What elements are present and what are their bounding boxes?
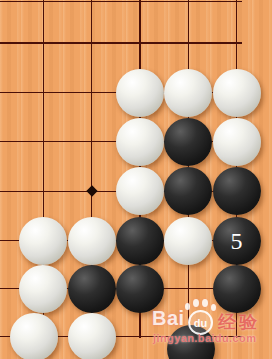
go-tutorial-screenshot: 5 Bai du 经验 jingyan.baidu.com — [0, 0, 272, 359]
white-stone[interactable] — [116, 118, 164, 166]
black-stone[interactable] — [213, 265, 261, 313]
white-stone[interactable] — [116, 167, 164, 215]
black-stone[interactable] — [213, 167, 261, 215]
black-stone[interactable]: 5 — [213, 217, 261, 265]
star-point — [86, 186, 97, 197]
black-stone[interactable] — [116, 217, 164, 265]
black-stone[interactable] — [68, 265, 116, 313]
black-stone[interactable] — [164, 118, 212, 166]
white-stone[interactable] — [68, 217, 116, 265]
white-stone[interactable] — [10, 313, 58, 359]
white-stone[interactable] — [213, 118, 261, 166]
white-stone[interactable] — [116, 69, 164, 117]
white-stone[interactable] — [19, 265, 67, 313]
black-stone[interactable] — [167, 325, 215, 359]
black-stone[interactable] — [164, 167, 212, 215]
white-stone[interactable] — [68, 313, 116, 359]
move-number-label: 5 — [231, 229, 243, 253]
black-stone[interactable] — [116, 265, 164, 313]
white-stone[interactable] — [19, 217, 67, 265]
white-stone[interactable] — [164, 217, 212, 265]
grid-line-horizontal — [0, 42, 242, 43]
white-stone[interactable] — [164, 69, 212, 117]
go-board[interactable]: 5 — [0, 0, 272, 359]
grid-line-horizontal — [0, 1, 242, 2]
white-stone[interactable] — [213, 69, 261, 117]
